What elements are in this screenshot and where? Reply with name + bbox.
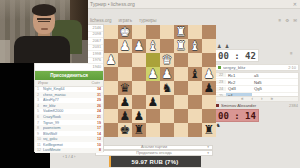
board-square-e6[interactable]: ♟ (146, 95, 160, 109)
chevron-down-icon: ▾ (207, 151, 209, 155)
white-piece: ♟ (146, 67, 160, 81)
move-cell[interactable]: Qd3 (226, 86, 252, 91)
standings-row[interactable]: 11KotBegemot10 (35, 142, 103, 148)
board-square-b2[interactable]: ♝ (188, 39, 202, 53)
board-square-b7[interactable] (188, 109, 202, 123)
board-square-e4[interactable]: ♟ (146, 67, 160, 81)
next-move-button[interactable]: › (261, 96, 263, 101)
opponent-clock: 00 : 42 (215, 49, 259, 62)
streamer-body (14, 36, 70, 63)
board-square-g1[interactable]: ♚ (118, 25, 132, 39)
board-square-f4[interactable] (132, 67, 146, 81)
white-piece: ♜ (174, 25, 188, 39)
move-row: 24Qd3Qg5 (216, 86, 298, 93)
board-square-e5[interactable] (146, 81, 160, 95)
white-piece: ♟ (118, 39, 132, 53)
black-piece: ♟ (202, 81, 216, 95)
player-rating: 2384 (289, 103, 298, 108)
black-piece: ♛ (118, 81, 132, 95)
board-square-g4[interactable] (118, 67, 132, 81)
black-piece: ♞ (160, 81, 174, 95)
standings-row[interactable]: 12LastMinute8 (35, 148, 103, 154)
white-piece: ♝ (188, 39, 202, 53)
player-name: Smirnov Alexander (221, 103, 289, 108)
board-square-f1[interactable] (132, 25, 146, 39)
board-square-f2[interactable]: ♟ (132, 39, 146, 53)
board-square-d2[interactable] (160, 39, 174, 53)
board-square-f6[interactable] (132, 95, 146, 109)
board-square-a3[interactable] (202, 53, 216, 67)
move-number: 24 (216, 87, 226, 91)
white-piece: ♟ (132, 39, 146, 53)
board-square-f5[interactable] (132, 81, 146, 95)
board-square-e2[interactable]: ♝ (146, 39, 160, 53)
board-square-e8[interactable] (146, 123, 160, 137)
window-title: Турнир • lichess.org (90, 1, 135, 7)
nav-link-tournaments[interactable]: турниры (139, 18, 157, 24)
white-piece: ♟ (104, 53, 118, 67)
move-cell[interactable]: Rc2 (226, 80, 252, 85)
board-square-g5[interactable]: ♛ (118, 81, 132, 95)
black-piece: ♝ (188, 67, 202, 81)
board-square-a1[interactable] (202, 25, 216, 39)
player-clock-low-time: 00 : 14 (215, 109, 259, 122)
standings-col-score: Счёт (91, 81, 100, 85)
board-square-f3[interactable] (132, 53, 146, 67)
standings-col-player: Игрок (38, 81, 48, 85)
move-cell[interactable]: Rc1 (226, 73, 252, 78)
board-square-d7[interactable] (160, 109, 174, 123)
board-square-c7[interactable] (174, 109, 188, 123)
donation-bar: 59.97 RUB (7%) (109, 156, 201, 167)
stream-screen: Турнир • lichess.org ✕ lichess.org играт… (0, 0, 300, 168)
white-piece: ♝ (146, 39, 160, 53)
standings-row[interactable]: 1Night_King6434 (35, 87, 103, 93)
board-square-c5[interactable] (174, 81, 188, 95)
white-piece: ♚ (118, 25, 132, 39)
board-square-g8[interactable]: ♚ (118, 123, 132, 137)
board-square-h7[interactable] (104, 109, 118, 123)
board-square-h5[interactable] (104, 81, 118, 95)
standings-rows: 1Night_King64342chess_maniac313AlexFly77… (35, 87, 103, 154)
opponent-name: sergey_blitz (223, 65, 288, 70)
standings-row[interactable]: 10ssj_goku12 (35, 136, 103, 142)
board-square-f8[interactable]: ♜ (132, 123, 146, 137)
board-square-a2[interactable] (202, 39, 216, 53)
black-piece: ♚ (118, 123, 132, 137)
board-square-e3[interactable] (146, 53, 160, 67)
board-square-h3[interactable]: ♟ (104, 53, 118, 67)
black-piece: ♟ (118, 109, 132, 123)
board-square-d8[interactable] (160, 123, 174, 137)
standings-row[interactable]: 9BlitzWolf14 (35, 131, 103, 137)
online-dot-icon (218, 66, 221, 69)
board-square-h4[interactable] (104, 67, 118, 81)
standings-row[interactable]: 2chess_maniac31 (35, 92, 103, 98)
tournament-join-button[interactable]: Присоединиться (35, 71, 103, 80)
board-square-b1[interactable] (188, 25, 202, 39)
standings-row[interactable]: 7Tigran_9919 (35, 120, 103, 126)
white-piece: ♟ (202, 67, 216, 81)
move-row: 23Rc2Nd5 (216, 79, 298, 86)
board-square-d4[interactable]: ♟ (160, 67, 174, 81)
board-square-e1[interactable] (146, 25, 160, 39)
board-square-g7[interactable]: ♟ (118, 109, 132, 123)
black-piece: ♟ (132, 109, 146, 123)
standings-header: Игрок Счёт (35, 80, 103, 87)
move-cell[interactable]: a5 (252, 73, 278, 78)
board-square-a7[interactable] (202, 109, 216, 123)
board-square-b3[interactable] (188, 53, 202, 67)
menu-icon[interactable]: ≡ (279, 18, 282, 23)
nav-icons: ≡ ⚙ ✉ (279, 18, 297, 23)
webcam-feed (0, 0, 88, 63)
board-square-b6[interactable] (188, 95, 202, 109)
standings-row[interactable]: 6CrazyRook21 (35, 114, 103, 120)
standings-row[interactable]: 4mr_blitz26 (35, 103, 103, 109)
footer-dropdown-continue[interactable]: Продолжить отсюда ▾ (95, 150, 213, 156)
board-square-g2[interactable]: ♟ (118, 39, 132, 53)
board-square-d5[interactable]: ♞ (160, 81, 174, 95)
board-square-c3[interactable] (174, 53, 188, 67)
chevron-down-icon: ▾ (207, 145, 209, 149)
board-square-a5[interactable]: ♟ (202, 81, 216, 95)
prev-move-button[interactable]: ‹ (252, 96, 254, 101)
black-piece: ♜ (132, 123, 146, 137)
move-row: 22Rc1a5 (216, 73, 298, 80)
board-square-c1[interactable]: ♜ (174, 25, 188, 39)
opponent-row[interactable]: sergey_blitz 2:10 (215, 64, 299, 71)
close-icon[interactable]: ✕ (293, 1, 297, 7)
white-piece: ♜ (174, 39, 188, 53)
last-move-button[interactable]: » (271, 96, 274, 101)
board-square-g3[interactable] (118, 53, 132, 67)
clock-menu-icon[interactable]: ≡ (290, 51, 293, 56)
move-cell[interactable]: Nd5 (252, 80, 278, 85)
player-color-icon (216, 104, 219, 107)
first-move-button[interactable]: « (241, 96, 244, 101)
standings-row[interactable]: 3AlexFly7729 (35, 98, 103, 104)
board-square-g6[interactable]: ♟ (118, 95, 132, 109)
standings-row[interactable]: 5VadimK200024 (35, 109, 103, 115)
board-square-d1[interactable] (160, 25, 174, 39)
board-square-a8[interactable]: ♜ (202, 123, 216, 137)
board-square-h1[interactable] (104, 25, 118, 39)
board-square-c8[interactable] (174, 123, 188, 137)
move-number: 23 (216, 80, 226, 84)
board-square-c4[interactable] (174, 67, 188, 81)
nav-link-play[interactable]: играть (119, 18, 132, 24)
gear-icon[interactable]: ⚙ (285, 18, 289, 23)
board-square-b5[interactable] (188, 81, 202, 95)
move-nav: « ‹ › » (215, 96, 299, 102)
board-square-d6[interactable] (160, 95, 174, 109)
board-square-e7[interactable] (146, 109, 160, 123)
board-square-c6[interactable] (174, 95, 188, 109)
black-piece: ♟ (118, 95, 132, 109)
board-square-h2[interactable] (104, 39, 118, 53)
black-piece: ♟ (146, 95, 160, 109)
board-square-c2[interactable]: ♜ (174, 39, 188, 53)
messages-icon[interactable]: ✉ (293, 18, 297, 23)
white-piece: ♟ (160, 67, 174, 81)
board-square-b4[interactable]: ♝ (188, 67, 202, 81)
white-piece: ♛ (160, 53, 174, 67)
opponent-extra: 2:10 (288, 65, 296, 70)
board-square-h8[interactable] (104, 123, 118, 137)
chess-board[interactable]: ♚♜♟♟♝♜♝♟♛♟♟♝♟♛♞♟♟♟♟♟♚♜♜ (104, 25, 216, 137)
move-cell[interactable]: Qg5 (252, 86, 278, 91)
board-square-a4[interactable]: ♟ (202, 67, 216, 81)
board-square-b8[interactable] (188, 123, 202, 137)
black-piece: ♜ (202, 123, 216, 137)
donation-accent (109, 156, 111, 167)
standings-pagination[interactable]: ‹ 1 / 4 › (35, 153, 103, 159)
standings-row[interactable]: 8pawnstorm17 (35, 125, 103, 131)
board-square-a6[interactable] (202, 95, 216, 109)
board-square-d3[interactable]: ♛ (160, 53, 174, 67)
board-square-f7[interactable]: ♟ (132, 109, 146, 123)
move-number: 22 (216, 73, 226, 77)
captured-pieces-bottom: ♞ (216, 122, 220, 128)
board-square-h6[interactable] (104, 95, 118, 109)
